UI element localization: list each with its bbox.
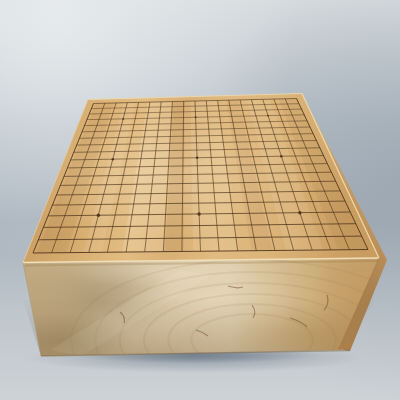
star-point (298, 211, 301, 214)
goban-photo (0, 0, 400, 400)
star-point (267, 115, 269, 117)
star-point (122, 118, 124, 120)
star-point (196, 156, 199, 159)
star-point (97, 214, 100, 217)
front-bottom-shading (23, 296, 379, 356)
goban-scene (0, 0, 400, 400)
star-point (112, 158, 115, 161)
star-point (280, 155, 283, 158)
star-point (195, 116, 197, 118)
star-point (197, 212, 200, 215)
